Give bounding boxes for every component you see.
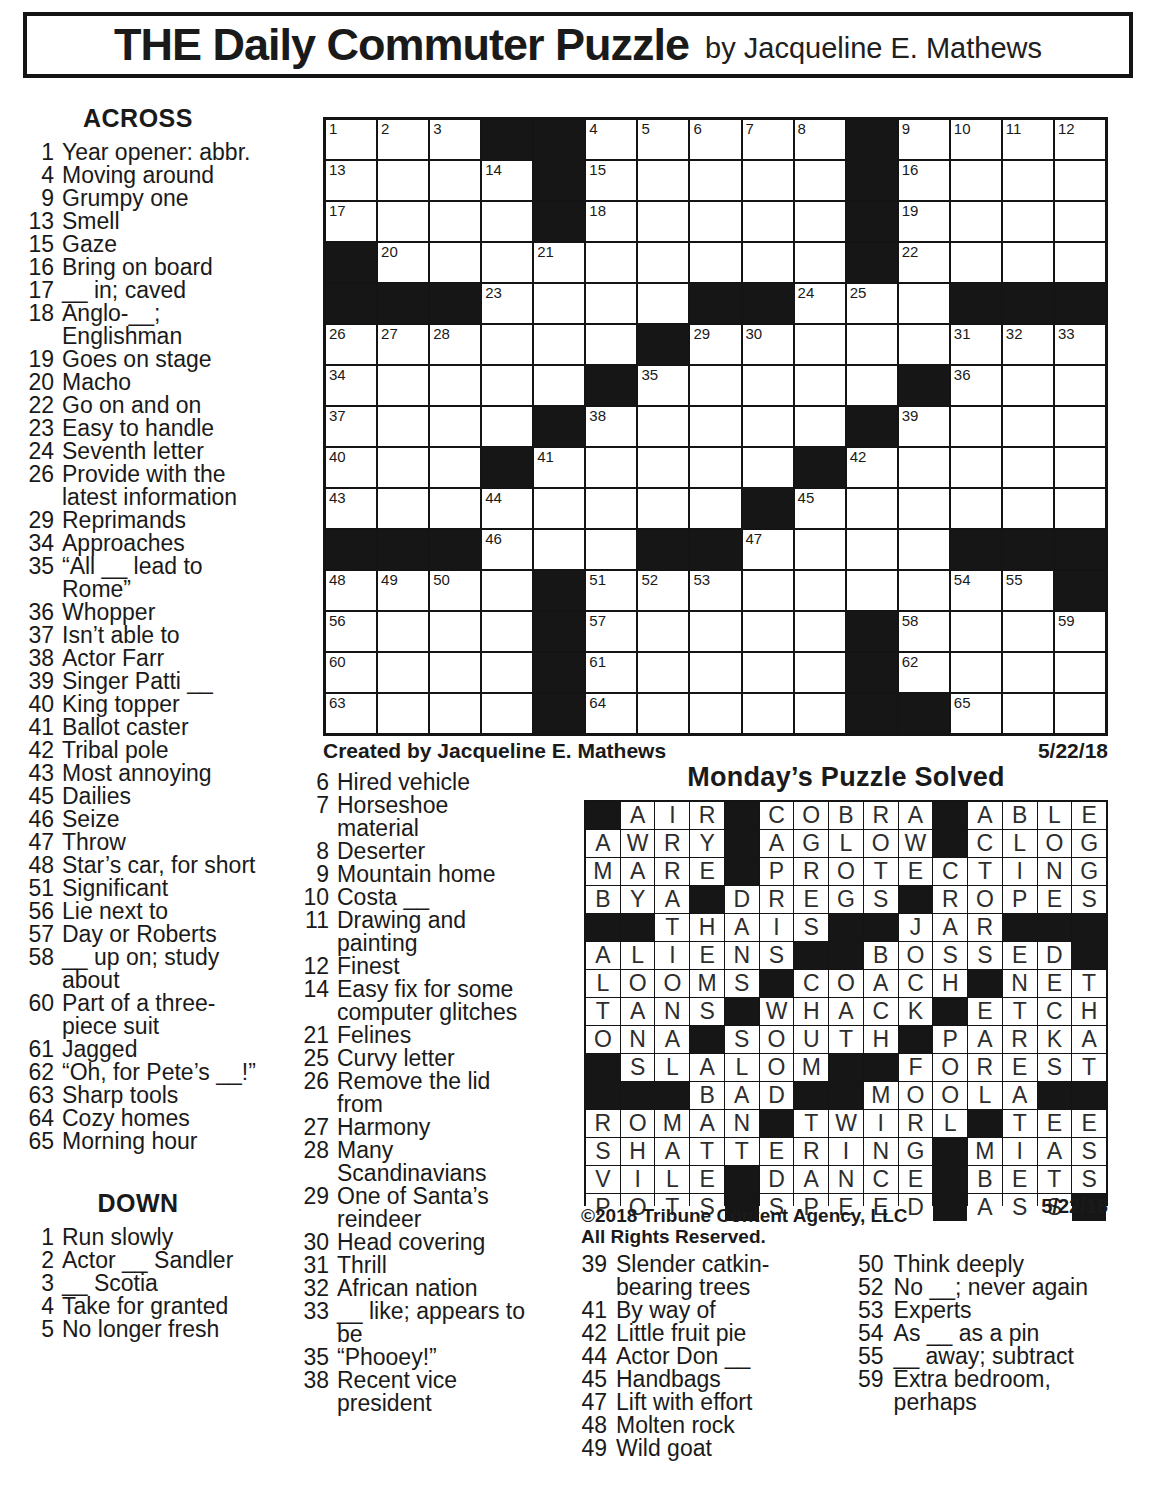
grid-cell[interactable]: [534, 530, 584, 569]
grid-cell[interactable]: [690, 407, 740, 446]
grid-cell[interactable]: [534, 284, 584, 323]
grid-cell[interactable]: [899, 489, 949, 528]
solution-cell: L: [968, 1082, 1002, 1109]
grid-cell[interactable]: [378, 407, 428, 446]
grid-cell[interactable]: [430, 653, 480, 692]
clue-item: 50Think deeply: [858, 1253, 1088, 1276]
clue-text: Grumpy one: [62, 187, 260, 210]
clue-number: 34: [16, 532, 62, 555]
grid-cell[interactable]: [690, 653, 740, 692]
clue-text: Costa __: [337, 886, 532, 909]
grid-cell[interactable]: [743, 612, 793, 651]
grid-cell[interactable]: [795, 612, 845, 651]
clue-text: Seize: [62, 808, 260, 831]
grid-cell[interactable]: [795, 407, 845, 446]
grid-cell[interactable]: [690, 489, 740, 528]
cell-number: 46: [485, 531, 502, 547]
clue-item: 7Horseshoe material: [299, 794, 532, 840]
grid-cell[interactable]: [482, 612, 532, 651]
solution-cell: O: [1038, 830, 1072, 857]
black-square: [794, 1082, 828, 1109]
grid-cell[interactable]: [586, 325, 636, 364]
solution-cell: N: [725, 942, 759, 969]
solution-cell: N: [621, 1026, 655, 1053]
grid-cell[interactable]: [951, 202, 1001, 241]
grid-cell[interactable]: 62: [899, 653, 949, 692]
grid-cell[interactable]: 6: [690, 120, 740, 159]
grid-cell[interactable]: 45: [795, 489, 845, 528]
bottom-right-clue-column: 50Think deeply52No __; never again53Expe…: [858, 1253, 1088, 1414]
grid-cell[interactable]: 27: [378, 325, 428, 364]
black-square: [655, 1082, 689, 1109]
black-square: [1003, 530, 1053, 569]
solution-cell: P: [760, 858, 794, 885]
grid-cell[interactable]: [1055, 202, 1105, 241]
byline: by Jacqueline E. Mathews: [705, 26, 1042, 65]
solution-cell: R: [968, 914, 1002, 941]
clue-text: Harmony: [337, 1116, 532, 1139]
cell-number: 31: [954, 326, 971, 342]
grid-cell[interactable]: [1003, 448, 1053, 487]
grid-cell[interactable]: 15: [586, 161, 636, 200]
black-square: [951, 284, 1001, 323]
clue-item: 58__ up on; study about: [16, 946, 260, 992]
grid-cell[interactable]: 42: [847, 448, 897, 487]
grid-cell[interactable]: 55: [1003, 571, 1053, 610]
clue-item: 3__ Scotia: [16, 1272, 260, 1295]
grid-cell[interactable]: [638, 202, 688, 241]
clue-number: 11: [299, 909, 337, 955]
grid-cell[interactable]: 24: [795, 284, 845, 323]
black-square: [482, 120, 532, 159]
solution-cell: I: [621, 1166, 655, 1193]
grid-cell[interactable]: [586, 284, 636, 323]
grid-cell[interactable]: 21: [534, 243, 584, 282]
solution-cell: B: [864, 942, 898, 969]
solution-cell: T: [968, 858, 1002, 885]
grid-cell[interactable]: 8: [795, 120, 845, 159]
grid-cell[interactable]: [482, 571, 532, 610]
grid-cell[interactable]: [1055, 653, 1105, 692]
grid-cell[interactable]: [430, 202, 480, 241]
grid-cell[interactable]: [1003, 489, 1053, 528]
black-square: [760, 1110, 794, 1137]
grid-cell[interactable]: [1055, 694, 1105, 733]
grid-cell[interactable]: [795, 694, 845, 733]
grid-cell[interactable]: 63: [326, 694, 376, 733]
grid-cell[interactable]: 52: [638, 571, 688, 610]
grid-cell[interactable]: 10: [951, 120, 1001, 159]
clue-number: 52: [858, 1276, 894, 1299]
grid-cell[interactable]: [951, 612, 1001, 651]
grid-cell[interactable]: 14: [482, 161, 532, 200]
grid-cell[interactable]: [430, 694, 480, 733]
grid-cell[interactable]: [743, 694, 793, 733]
grid-cell[interactable]: 17: [326, 202, 376, 241]
grid-cell[interactable]: [534, 366, 584, 405]
solution-cell: A: [655, 1138, 689, 1165]
grid-cell[interactable]: 26: [326, 325, 376, 364]
grid-cell[interactable]: 32: [1003, 325, 1053, 364]
grid-cell[interactable]: 30: [743, 325, 793, 364]
cell-number: 30: [746, 326, 763, 342]
grid-cell[interactable]: [951, 161, 1001, 200]
grid-cell[interactable]: [795, 243, 845, 282]
clue-number: 17: [16, 279, 62, 302]
clue-item: 28Many Scandinavians: [299, 1139, 532, 1185]
grid-cell[interactable]: [1055, 448, 1105, 487]
clue-number: 39: [16, 670, 62, 693]
grid-cell[interactable]: [795, 530, 845, 569]
solution-cell: S: [1038, 1054, 1072, 1081]
grid-cell[interactable]: 39: [899, 407, 949, 446]
grid-cell[interactable]: [690, 448, 740, 487]
grid-cell[interactable]: [690, 161, 740, 200]
clue-item: 48Star’s car, for short: [16, 854, 260, 877]
grid-cell[interactable]: [1003, 612, 1053, 651]
clue-number: 19: [16, 348, 62, 371]
grid-cell[interactable]: 13: [326, 161, 376, 200]
clue-number: 40: [16, 693, 62, 716]
grid-cell[interactable]: [951, 653, 1001, 692]
grid-cell[interactable]: [743, 571, 793, 610]
grid-cell[interactable]: [951, 243, 1001, 282]
grid-cell[interactable]: 58: [899, 612, 949, 651]
grid-cell[interactable]: 2: [378, 120, 428, 159]
clue-text: Year opener: abbr.: [62, 141, 260, 164]
grid-cell[interactable]: [586, 243, 636, 282]
grid-cell[interactable]: [378, 653, 428, 692]
grid-cell[interactable]: 3: [430, 120, 480, 159]
grid-cell[interactable]: [899, 284, 949, 323]
grid-cell[interactable]: [378, 489, 428, 528]
grid-cell[interactable]: [1055, 407, 1105, 446]
grid-cell[interactable]: 49: [378, 571, 428, 610]
grid-cell[interactable]: [1055, 366, 1105, 405]
grid-cell[interactable]: [847, 325, 897, 364]
grid-cell[interactable]: [743, 243, 793, 282]
cell-number: 49: [381, 572, 398, 588]
solution-cell: S: [760, 942, 794, 969]
grid-cell[interactable]: [482, 407, 532, 446]
clue-item: 16Bring on board: [16, 256, 260, 279]
solution-cell: A: [968, 1026, 1002, 1053]
black-square: [795, 448, 845, 487]
grid-cell[interactable]: [899, 530, 949, 569]
grid-cell[interactable]: [795, 366, 845, 405]
grid-cell[interactable]: [690, 366, 740, 405]
clue-item: 42Little fruit pie: [580, 1322, 827, 1345]
grid-cell[interactable]: 34: [326, 366, 376, 405]
solution-cell: D: [760, 1166, 794, 1193]
grid-cell[interactable]: [899, 325, 949, 364]
clue-text: Run slowly: [62, 1226, 260, 1249]
grid-cell[interactable]: [378, 448, 428, 487]
black-square: [847, 202, 897, 241]
grid-cell[interactable]: [1003, 202, 1053, 241]
grid-cell[interactable]: [795, 161, 845, 200]
solution-cell: B: [1003, 802, 1037, 829]
grid-cell[interactable]: [482, 366, 532, 405]
clue-number: 36: [16, 601, 62, 624]
grid-cell[interactable]: 11: [1003, 120, 1053, 159]
grid-cell[interactable]: 35: [638, 366, 688, 405]
black-square: [968, 970, 1002, 997]
cell-number: 39: [902, 408, 919, 424]
grid-cell[interactable]: [743, 202, 793, 241]
cell-number: 37: [329, 408, 346, 424]
grid-cell[interactable]: 43: [326, 489, 376, 528]
grid-cell[interactable]: [638, 284, 688, 323]
grid-cell[interactable]: [743, 407, 793, 446]
grid-cell[interactable]: [743, 653, 793, 692]
clue-item: 38Actor Farr: [16, 647, 260, 670]
grid-cell[interactable]: [378, 694, 428, 733]
grid-cell[interactable]: 37: [326, 407, 376, 446]
grid-cell[interactable]: [847, 571, 897, 610]
grid-cell[interactable]: [482, 202, 532, 241]
grid-cell[interactable]: 16: [899, 161, 949, 200]
grid-cell[interactable]: [690, 612, 740, 651]
grid-cell[interactable]: [1055, 243, 1105, 282]
clue-item: 8Deserter: [299, 840, 532, 863]
grid-cell[interactable]: 22: [899, 243, 949, 282]
solution-cell: I: [1003, 1138, 1037, 1165]
grid-cell[interactable]: [586, 530, 636, 569]
grid-cell[interactable]: 56: [326, 612, 376, 651]
grid-cell[interactable]: 50: [430, 571, 480, 610]
black-square: [586, 914, 620, 941]
grid-cell[interactable]: [1003, 243, 1053, 282]
across-heading: ACROSS: [16, 104, 260, 133]
solution-cell: T: [1038, 1166, 1072, 1193]
grid-cell[interactable]: [690, 694, 740, 733]
solution-cell: G: [794, 830, 828, 857]
cell-number: 18: [589, 203, 606, 219]
grid-cell[interactable]: 60: [326, 653, 376, 692]
grid-cell[interactable]: 19: [899, 202, 949, 241]
grid-cell[interactable]: 65: [951, 694, 1001, 733]
grid-cell[interactable]: 40: [326, 448, 376, 487]
clue-text: Sharp tools: [62, 1084, 260, 1107]
solution-cell: A: [1072, 1026, 1106, 1053]
grid-cell[interactable]: 64: [586, 694, 636, 733]
grid-cell[interactable]: [1003, 407, 1053, 446]
grid-cell[interactable]: 57: [586, 612, 636, 651]
clue-text: Reprimands: [62, 509, 260, 532]
clue-item: 9Mountain home: [299, 863, 532, 886]
black-square: [586, 802, 620, 829]
clue-text: Singer Patti __: [62, 670, 260, 693]
grid-cell[interactable]: 54: [951, 571, 1001, 610]
grid-cell[interactable]: 41: [534, 448, 584, 487]
grid-cell[interactable]: 28: [430, 325, 480, 364]
grid-cell[interactable]: [1055, 489, 1105, 528]
solution-cell: E: [690, 858, 724, 885]
clue-item: 48Molten rock: [580, 1414, 827, 1437]
grid-cell[interactable]: [847, 530, 897, 569]
grid-cell[interactable]: [430, 366, 480, 405]
grid-cell[interactable]: 51: [586, 571, 636, 610]
grid-cell[interactable]: [482, 325, 532, 364]
grid-cell[interactable]: [430, 161, 480, 200]
clue-item: 13Smell: [16, 210, 260, 233]
grid-cell[interactable]: 12: [1055, 120, 1105, 159]
grid-cell[interactable]: 59: [1055, 612, 1105, 651]
grid-cell[interactable]: [847, 366, 897, 405]
clue-text: Think deeply: [894, 1253, 1088, 1276]
grid-cell[interactable]: [690, 202, 740, 241]
grid-cell[interactable]: 20: [378, 243, 428, 282]
solution-cell: A: [621, 802, 655, 829]
solution-cell: M: [655, 1110, 689, 1137]
grid-cell[interactable]: [951, 489, 1001, 528]
grid-cell[interactable]: [1055, 161, 1105, 200]
grid-cell[interactable]: 48: [326, 571, 376, 610]
grid-cell[interactable]: 46: [482, 530, 532, 569]
cell-number: 62: [902, 654, 919, 670]
grid-cell[interactable]: [430, 612, 480, 651]
grid-cell[interactable]: [482, 653, 532, 692]
clue-item: 60Part of a three-piece suit: [16, 992, 260, 1038]
grid-cell[interactable]: [1003, 694, 1053, 733]
solution-cell: L: [586, 970, 620, 997]
grid-cell[interactable]: [430, 407, 480, 446]
grid-cell[interactable]: [795, 325, 845, 364]
grid-cell[interactable]: [430, 489, 480, 528]
grid-cell[interactable]: [1003, 366, 1053, 405]
cell-number: 25: [850, 285, 867, 301]
grid-cell[interactable]: 31: [951, 325, 1001, 364]
grid-cell[interactable]: [482, 694, 532, 733]
grid-cell[interactable]: 44: [482, 489, 532, 528]
grid-cell[interactable]: 4: [586, 120, 636, 159]
solution-cell: C: [864, 998, 898, 1025]
grid-cell[interactable]: [743, 448, 793, 487]
grid-cell[interactable]: 7: [743, 120, 793, 159]
grid-cell[interactable]: [378, 612, 428, 651]
clue-text: Jagged: [62, 1038, 260, 1061]
grid-cell[interactable]: 29: [690, 325, 740, 364]
clue-item: 35“Phooey!”: [299, 1346, 532, 1369]
solution-cell: O: [760, 1054, 794, 1081]
grid-cell[interactable]: [1003, 161, 1053, 200]
grid-cell[interactable]: 61: [586, 653, 636, 692]
grid-cell[interactable]: [743, 161, 793, 200]
grid-cell[interactable]: [1003, 653, 1053, 692]
clue-text: Felines: [337, 1024, 532, 1047]
grid-cell[interactable]: [378, 202, 428, 241]
solution-cell: N: [864, 1138, 898, 1165]
clue-text: Most annoying: [62, 762, 260, 785]
grid-cell[interactable]: [430, 243, 480, 282]
grid-cell[interactable]: [586, 489, 636, 528]
grid-cell[interactable]: [951, 407, 1001, 446]
grid-cell[interactable]: [586, 448, 636, 487]
grid-cell[interactable]: [378, 161, 428, 200]
clue-number: 10: [299, 886, 337, 909]
solution-cell: R: [794, 1138, 828, 1165]
grid-cell[interactable]: [743, 366, 793, 405]
grid-cell[interactable]: [534, 489, 584, 528]
grid-cell[interactable]: 23: [482, 284, 532, 323]
clue-number: 2: [16, 1249, 62, 1272]
solution-cell: I: [1003, 858, 1037, 885]
grid-cell[interactable]: [795, 571, 845, 610]
grid-cell[interactable]: 38: [586, 407, 636, 446]
cell-number: 5: [641, 121, 649, 137]
grid-cell[interactable]: [638, 407, 688, 446]
solution-cell: O: [655, 970, 689, 997]
cell-number: 64: [589, 695, 606, 711]
clue-text: Extra bedroom, perhaps: [894, 1368, 1088, 1414]
grid-cell[interactable]: [847, 489, 897, 528]
clue-number: 48: [16, 854, 62, 877]
grid-cell[interactable]: 25: [847, 284, 897, 323]
grid-cell[interactable]: [899, 448, 949, 487]
grid-cell[interactable]: 5: [638, 120, 688, 159]
grid-cell[interactable]: [638, 653, 688, 692]
grid-cell[interactable]: [378, 366, 428, 405]
solution-cell: P: [933, 1026, 967, 1053]
grid-cell[interactable]: 33: [1055, 325, 1105, 364]
black-square: [847, 120, 897, 159]
solution-cell: G: [1072, 830, 1106, 857]
clue-text: Provide with the latest information: [62, 463, 260, 509]
clue-number: 18: [16, 302, 62, 348]
solution-cell: R: [690, 802, 724, 829]
grid-cell[interactable]: [638, 448, 688, 487]
cell-number: 26: [329, 326, 346, 342]
grid-cell[interactable]: [795, 202, 845, 241]
grid-cell[interactable]: 1: [326, 120, 376, 159]
grid-cell[interactable]: 53: [690, 571, 740, 610]
black-square: [933, 1138, 967, 1165]
grid-cell[interactable]: [690, 243, 740, 282]
solution-cell: C: [1038, 998, 1072, 1025]
clue-text: Whopper: [62, 601, 260, 624]
cell-number: 32: [1006, 326, 1023, 342]
grid-cell[interactable]: [430, 448, 480, 487]
solution-cell: A: [760, 830, 794, 857]
grid-cell[interactable]: [638, 243, 688, 282]
grid-cell[interactable]: [951, 448, 1001, 487]
black-square: [690, 886, 724, 913]
grid-cell[interactable]: [899, 571, 949, 610]
clue-item: 38Recent vice president: [299, 1369, 532, 1415]
grid-cell[interactable]: [482, 243, 532, 282]
solution-cell: C: [794, 970, 828, 997]
grid-cell[interactable]: [638, 161, 688, 200]
clue-number: 39: [580, 1253, 616, 1299]
black-square: [534, 407, 584, 446]
grid-cell[interactable]: [795, 653, 845, 692]
grid-cell[interactable]: 36: [951, 366, 1001, 405]
grid-cell[interactable]: 18: [586, 202, 636, 241]
grid-cell[interactable]: [638, 612, 688, 651]
solution-cell: R: [864, 802, 898, 829]
down-clue-list-middle: 6Hired vehicle7Horseshoe material8Desert…: [299, 771, 532, 1415]
grid-cell[interactable]: 47: [743, 530, 793, 569]
grid-cell[interactable]: 9: [899, 120, 949, 159]
solution-cell: O: [933, 1054, 967, 1081]
black-square: [690, 530, 740, 569]
grid-cell[interactable]: [534, 325, 584, 364]
grid-cell[interactable]: [638, 694, 688, 733]
cell-number: 54: [954, 572, 971, 588]
grid-cell[interactable]: [638, 489, 688, 528]
clue-item: 1Year opener: abbr.: [16, 141, 260, 164]
